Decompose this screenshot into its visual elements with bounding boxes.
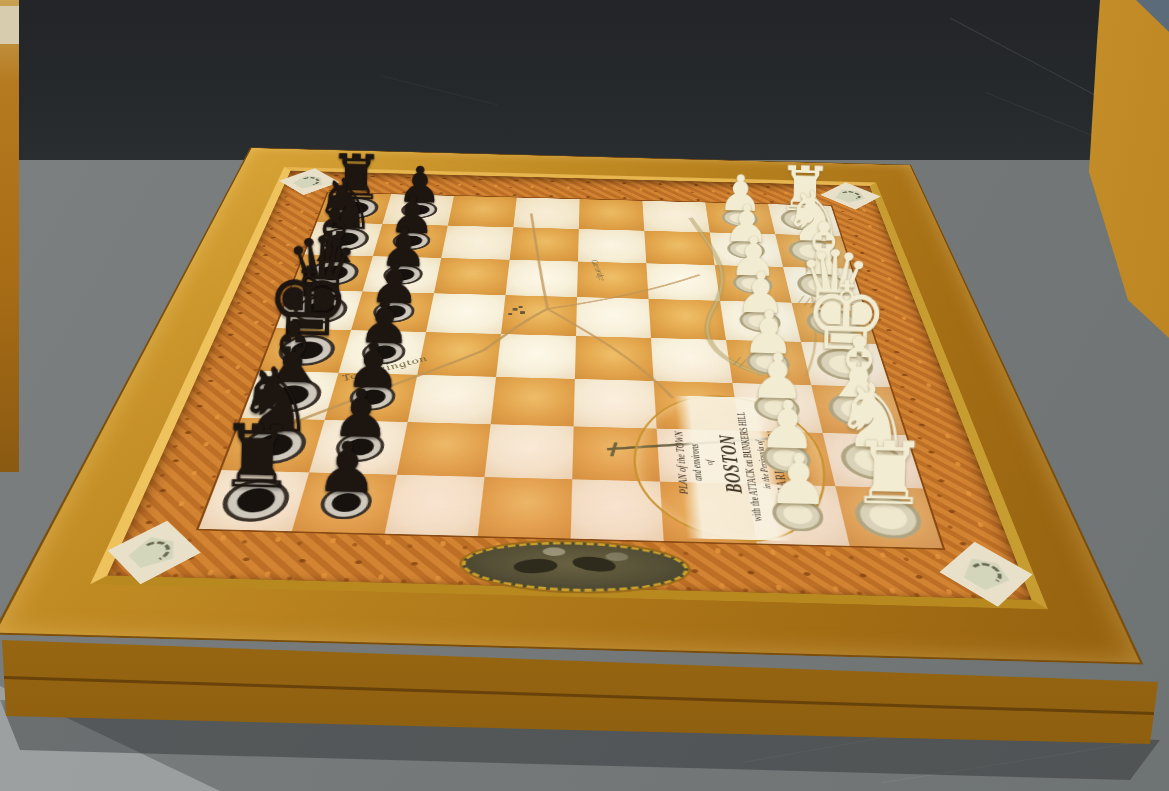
piece-white-rook[interactable]: ♜ (827, 421, 950, 518)
photo-scene: To Lexington Cambridge PLAN of the TOWN … (0, 0, 1169, 791)
left-wood-highlight (0, 6, 19, 44)
left-wood-edge (0, 0, 19, 472)
background-wall (0, 0, 1169, 162)
piece-black-pawn[interactable]: ♟ (286, 424, 408, 504)
